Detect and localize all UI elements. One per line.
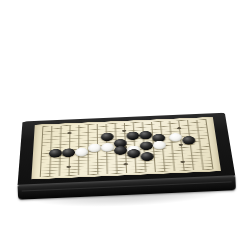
- board-point: [173, 169, 187, 172]
- board-point: [128, 171, 142, 174]
- product-photo-background: [0, 0, 250, 250]
- board-point: [213, 168, 218, 171]
- case-lid-seam: [22, 181, 231, 191]
- board-point: [114, 149, 127, 153]
- board-point: [61, 174, 74, 177]
- board-point: [101, 135, 114, 139]
- board-point: [75, 174, 88, 177]
- board-point: [186, 169, 200, 172]
- board-point: [48, 175, 61, 178]
- board-point: [127, 152, 140, 156]
- board-point: [141, 155, 154, 159]
- board-point: [140, 144, 153, 148]
- board-point: [142, 171, 156, 174]
- board-point: [102, 172, 115, 175]
- board-point: [155, 170, 169, 173]
- board-point: [49, 152, 62, 156]
- board-point: [75, 151, 88, 155]
- board-point: [88, 173, 101, 176]
- go-board-top-face: [17, 113, 235, 186]
- goban-points-grid: [35, 118, 218, 179]
- board-point: [115, 172, 128, 175]
- board-point: [139, 134, 152, 138]
- board-point: [101, 146, 114, 150]
- board-point: [62, 151, 75, 155]
- goban-surface: [31, 117, 221, 180]
- board-point: [183, 139, 196, 143]
- board-point: [153, 144, 166, 148]
- board-point: [88, 146, 101, 150]
- board-point: [170, 136, 183, 140]
- go-board-set: [0, 0, 250, 250]
- board-point: [127, 134, 140, 138]
